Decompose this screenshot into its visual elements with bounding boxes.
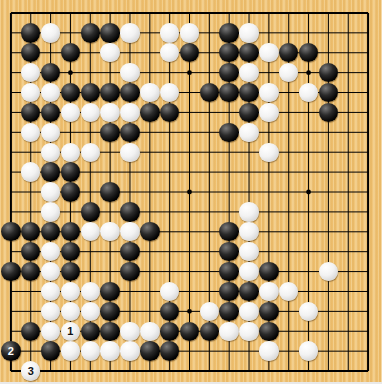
stone-white[interactable] [299, 302, 318, 321]
stone-black[interactable] [81, 322, 100, 341]
go-board: 123 [0, 0, 382, 384]
stone-black[interactable] [140, 341, 159, 360]
stone-black[interactable] [219, 123, 238, 142]
stone-black[interactable] [180, 322, 199, 341]
stone-white[interactable] [41, 262, 60, 281]
stone-white[interactable] [239, 242, 258, 261]
stone-black[interactable] [279, 43, 298, 62]
stone-black[interactable] [239, 282, 258, 301]
stone-white[interactable] [81, 103, 100, 122]
stone-white[interactable] [41, 322, 60, 341]
stone-white[interactable] [81, 341, 100, 360]
stone-white[interactable] [160, 83, 179, 102]
stone-white[interactable] [160, 282, 179, 301]
stone-white[interactable] [41, 83, 60, 102]
stone-white[interactable] [120, 322, 139, 341]
stone-white[interactable] [160, 23, 179, 42]
stone-white[interactable] [259, 282, 278, 301]
stone-white[interactable] [239, 222, 258, 241]
stone-white[interactable] [81, 222, 100, 241]
stone-black[interactable] [61, 162, 80, 181]
move-number-label: 2 [8, 346, 14, 357]
stone-black[interactable] [41, 162, 60, 181]
stone-black[interactable] [1, 262, 20, 281]
stone-black[interactable] [100, 182, 119, 201]
stone-black[interactable] [120, 83, 139, 102]
stone-white[interactable] [120, 63, 139, 82]
stone-white[interactable] [41, 242, 60, 261]
stone-black[interactable] [81, 202, 100, 221]
stone-black[interactable] [200, 322, 219, 341]
stone-black[interactable] [319, 103, 338, 122]
stone-white[interactable] [239, 123, 258, 142]
stone-black[interactable] [120, 242, 139, 261]
stone-black[interactable] [239, 43, 258, 62]
stone-white[interactable] [21, 162, 40, 181]
stone-black[interactable] [219, 63, 238, 82]
stone-black[interactable] [21, 222, 40, 241]
stone-white[interactable] [239, 23, 258, 42]
stone-white[interactable] [259, 83, 278, 102]
stone-black[interactable] [160, 302, 179, 321]
stone-white[interactable] [239, 302, 258, 321]
stone-white[interactable] [279, 282, 298, 301]
stone-white[interactable]: 3 [21, 361, 40, 380]
stone-white[interactable] [41, 23, 60, 42]
stone-white[interactable] [160, 43, 179, 62]
stone-white[interactable] [41, 123, 60, 142]
stone-white[interactable] [81, 282, 100, 301]
stone-black[interactable] [61, 242, 80, 261]
stone-white[interactable] [61, 282, 80, 301]
stone-white[interactable] [259, 103, 278, 122]
stone-white[interactable] [259, 341, 278, 360]
stone-white[interactable] [41, 143, 60, 162]
stone-white[interactable] [100, 341, 119, 360]
stone-black[interactable] [41, 63, 60, 82]
stone-black[interactable] [140, 222, 159, 241]
stone-white[interactable] [21, 123, 40, 142]
stone-white[interactable] [180, 23, 199, 42]
stone-black[interactable] [100, 23, 119, 42]
stone-white[interactable] [41, 302, 60, 321]
stone-black[interactable] [21, 43, 40, 62]
stone-black[interactable] [160, 103, 179, 122]
stone-black[interactable] [200, 83, 219, 102]
stone-black[interactable] [41, 103, 60, 122]
stone-white[interactable] [41, 182, 60, 201]
stone-white[interactable] [279, 63, 298, 82]
stone-black[interactable] [299, 43, 318, 62]
stone-white[interactable] [100, 222, 119, 241]
stone-black[interactable] [219, 222, 238, 241]
stone-black[interactable] [100, 282, 119, 301]
stone-black[interactable] [21, 322, 40, 341]
stone-white[interactable] [21, 83, 40, 102]
stone-black[interactable] [219, 242, 238, 261]
stone-white[interactable] [120, 103, 139, 122]
stone-white[interactable] [120, 23, 139, 42]
stone-black[interactable] [21, 242, 40, 261]
stone-black[interactable] [100, 83, 119, 102]
stone-black[interactable] [61, 222, 80, 241]
stone-white[interactable] [41, 282, 60, 301]
stone-white[interactable] [319, 262, 338, 281]
stone-black[interactable] [319, 63, 338, 82]
stone-black[interactable] [219, 43, 238, 62]
stone-black[interactable] [41, 222, 60, 241]
stone-black[interactable] [41, 341, 60, 360]
stone-black[interactable] [120, 262, 139, 281]
stone-black[interactable] [259, 322, 278, 341]
stone-black[interactable] [21, 23, 40, 42]
stone-layer[interactable]: 123 [1, 3, 378, 381]
stone-black[interactable] [81, 23, 100, 42]
stone-black[interactable] [259, 262, 278, 281]
stone-white[interactable] [259, 143, 278, 162]
stone-black[interactable] [21, 103, 40, 122]
stone-white[interactable] [61, 143, 80, 162]
stone-white[interactable] [140, 322, 159, 341]
stone-white[interactable] [299, 83, 318, 102]
stone-white[interactable] [239, 262, 258, 281]
stone-white[interactable] [81, 302, 100, 321]
stone-white[interactable] [100, 43, 119, 62]
stone-black[interactable] [319, 83, 338, 102]
stone-black[interactable] [180, 43, 199, 62]
stone-white[interactable] [100, 103, 119, 122]
stone-white[interactable] [239, 202, 258, 221]
stone-black[interactable] [61, 182, 80, 201]
stone-white[interactable]: 1 [61, 322, 80, 341]
stone-black[interactable] [239, 103, 258, 122]
stone-white[interactable] [219, 322, 238, 341]
stone-white[interactable] [120, 143, 139, 162]
stone-black[interactable] [160, 322, 179, 341]
stone-white[interactable] [140, 83, 159, 102]
stone-black[interactable] [219, 302, 238, 321]
stone-white[interactable] [120, 341, 139, 360]
stone-black[interactable] [1, 222, 20, 241]
stone-black[interactable] [81, 83, 100, 102]
stone-white[interactable] [239, 322, 258, 341]
stone-white[interactable] [61, 302, 80, 321]
stone-white[interactable] [81, 143, 100, 162]
stone-white[interactable] [299, 341, 318, 360]
stone-black[interactable] [100, 322, 119, 341]
stone-black[interactable] [239, 83, 258, 102]
stone-black[interactable] [21, 262, 40, 281]
stone-white[interactable] [61, 341, 80, 360]
stone-black[interactable] [61, 43, 80, 62]
stone-black[interactable] [219, 262, 238, 281]
stone-white[interactable] [21, 63, 40, 82]
stone-white[interactable] [41, 202, 60, 221]
stone-black[interactable] [120, 202, 139, 221]
stone-white[interactable] [61, 103, 80, 122]
stone-black[interactable] [259, 302, 278, 321]
stone-black[interactable] [61, 83, 80, 102]
stone-white[interactable] [259, 43, 278, 62]
stone-black[interactable]: 2 [1, 341, 20, 360]
stone-black[interactable] [140, 103, 159, 122]
stone-white[interactable] [239, 63, 258, 82]
stone-black[interactable] [100, 123, 119, 142]
stone-black[interactable] [120, 123, 139, 142]
move-number-label: 3 [28, 366, 34, 377]
stone-black[interactable] [219, 23, 238, 42]
stone-black[interactable] [100, 302, 119, 321]
stone-black[interactable] [219, 83, 238, 102]
stone-white[interactable] [120, 222, 139, 241]
stone-black[interactable] [160, 341, 179, 360]
stone-white[interactable] [200, 302, 219, 321]
move-number-label: 1 [67, 326, 73, 337]
stone-black[interactable] [61, 262, 80, 281]
stone-black[interactable] [219, 282, 238, 301]
